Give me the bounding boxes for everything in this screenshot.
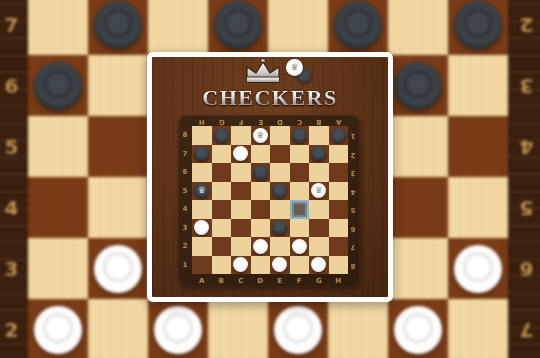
rank-label-right: 7: [347, 242, 359, 251]
square-C6[interactable]: [231, 163, 251, 182]
square-F1[interactable]: [290, 256, 310, 275]
rank-label-left: 8: [179, 131, 191, 140]
square-E8[interactable]: [270, 126, 290, 145]
square-H4[interactable]: [329, 200, 349, 219]
square-B3[interactable]: [212, 219, 232, 238]
rank-label-right: 8: [347, 261, 359, 270]
background-square: [88, 299, 148, 358]
background-left-rail: 765432: [0, 0, 28, 358]
rank-label-left: 7: [179, 150, 191, 159]
square-B4[interactable]: [212, 200, 232, 219]
square-G6[interactable]: [309, 163, 329, 182]
rank-label-left: 1: [179, 261, 191, 270]
square-C8[interactable]: [231, 126, 251, 145]
square-A3[interactable]: [192, 219, 212, 238]
background-rank-label: 6: [0, 74, 28, 98]
square-B7[interactable]: [212, 145, 232, 164]
file-label-top: F: [231, 117, 251, 126]
rank-label-right: 4: [347, 187, 359, 196]
square-A7[interactable]: [192, 145, 212, 164]
background-square: [328, 0, 388, 55]
file-label-bottom: G: [309, 277, 329, 286]
file-label-top: E: [251, 117, 271, 126]
file-label-top: C: [290, 117, 310, 126]
file-label-bottom: D: [251, 277, 271, 286]
background-square: [388, 116, 448, 177]
square-B5[interactable]: [212, 182, 232, 201]
background-rank-label: 5: [508, 196, 540, 220]
rank-label-left: 3: [179, 224, 191, 233]
square-G1[interactable]: [309, 256, 329, 275]
background-square: [208, 299, 268, 358]
background-square: [268, 0, 328, 55]
background-square: [28, 238, 88, 299]
square-H8[interactable]: [329, 126, 349, 145]
background-square: [448, 299, 508, 358]
background-square: [28, 299, 88, 358]
rank-label-right: 2: [347, 150, 359, 159]
background-white-piece: [154, 306, 202, 354]
square-D7[interactable]: [251, 145, 271, 164]
file-label-top: D: [270, 117, 290, 126]
square-A4[interactable]: [192, 200, 212, 219]
black-man-H8[interactable]: [331, 128, 346, 143]
square-E7[interactable]: [270, 145, 290, 164]
background-square: [88, 177, 148, 238]
background-black-piece: [94, 1, 142, 49]
square-H1[interactable]: [329, 256, 349, 275]
background-rank-label: 7: [0, 13, 28, 37]
file-label-bottom: A: [192, 277, 212, 286]
black-man-D6[interactable]: [253, 165, 268, 180]
black-man-A7[interactable]: [194, 146, 209, 161]
square-F2[interactable]: [290, 237, 310, 256]
background-square: [448, 238, 508, 299]
square-F8[interactable]: [290, 126, 310, 145]
square-G2[interactable]: [309, 237, 329, 256]
square-D1[interactable]: [251, 256, 271, 275]
background-rank-label: 2: [0, 318, 28, 342]
background-rank-label: 2: [508, 13, 540, 37]
rank-label-right: 5: [347, 205, 359, 214]
background-square: [88, 116, 148, 177]
background-square: [88, 238, 148, 299]
background-black-piece: [454, 1, 502, 49]
background-black-piece: [334, 1, 382, 49]
rank-label-left: 2: [179, 242, 191, 251]
square-H3[interactable]: [329, 219, 349, 238]
square-G5[interactable]: ♛: [309, 182, 329, 201]
mini-board-frame: ♛♛♛ HAGBFCEDDECFBGAH8172635445362718: [178, 115, 360, 287]
black-man-E5[interactable]: [272, 183, 287, 198]
file-label-top: G: [212, 117, 232, 126]
file-label-top: A: [329, 117, 349, 126]
square-E1[interactable]: [270, 256, 290, 275]
background-square: [448, 55, 508, 116]
background-square: [88, 55, 148, 116]
square-G7[interactable]: [309, 145, 329, 164]
background-black-piece: [214, 1, 262, 49]
square-B8[interactable]: [212, 126, 232, 145]
square-D2[interactable]: [251, 237, 271, 256]
background-square: [388, 299, 448, 358]
square-G4[interactable]: [309, 200, 329, 219]
square-E5[interactable]: [270, 182, 290, 201]
square-B2[interactable]: [212, 237, 232, 256]
background-rank-label: 6: [508, 257, 540, 281]
square-C3[interactable]: [231, 219, 251, 238]
square-G8[interactable]: [309, 126, 329, 145]
black-man-B8[interactable]: [214, 128, 229, 143]
background-right-rail: 234567: [508, 0, 540, 358]
black-man-E3[interactable]: [272, 220, 287, 235]
background-white-piece: [34, 306, 82, 354]
rank-label-right: 6: [347, 224, 359, 233]
background-square: [268, 299, 328, 358]
background-square: [28, 177, 88, 238]
mini-board[interactable]: ♛♛♛: [192, 126, 348, 274]
background-square: [448, 177, 508, 238]
background-white-piece: [274, 306, 322, 354]
white-man-G1[interactable]: [311, 257, 326, 272]
background-square: [388, 0, 448, 55]
background-square: [388, 177, 448, 238]
white-man-A3[interactable]: [194, 220, 209, 235]
background-rank-label: 3: [0, 257, 28, 281]
background-square: [148, 299, 208, 358]
file-label-bottom: E: [270, 277, 290, 286]
background-square: [28, 116, 88, 177]
square-E2[interactable]: [270, 237, 290, 256]
background-rank-label: 3: [508, 74, 540, 98]
white-king-G5[interactable]: ♛: [311, 183, 326, 198]
square-A6[interactable]: [192, 163, 212, 182]
square-H7[interactable]: [329, 145, 349, 164]
white-man-C7[interactable]: [233, 146, 248, 161]
file-label-bottom: F: [290, 277, 310, 286]
rank-label-left: 5: [179, 187, 191, 196]
file-label-bottom: H: [329, 277, 349, 286]
background-square: [448, 0, 508, 55]
background-black-piece: [394, 62, 442, 110]
rank-label-right: 3: [347, 168, 359, 177]
square-E4[interactable]: [270, 200, 290, 219]
background-square: [388, 238, 448, 299]
square-D4[interactable]: [251, 200, 271, 219]
white-man-F2[interactable]: [292, 239, 307, 254]
square-F4[interactable]: [290, 200, 310, 219]
background-square: [28, 0, 88, 55]
square-A1[interactable]: [192, 256, 212, 275]
square-F7[interactable]: [290, 145, 310, 164]
checkers-game-screen: 765432 234567 ♛ CHECKERS: [0, 0, 540, 358]
background-rank-label: 7: [508, 318, 540, 342]
square-G3[interactable]: [309, 219, 329, 238]
background-square: [328, 299, 388, 358]
square-B1[interactable]: [212, 256, 232, 275]
background-square: [448, 116, 508, 177]
file-label-bottom: B: [212, 277, 232, 286]
square-C5[interactable]: [231, 182, 251, 201]
square-C7[interactable]: [231, 145, 251, 164]
square-D6[interactable]: [251, 163, 271, 182]
square-D3[interactable]: [251, 219, 271, 238]
square-D8[interactable]: ♛: [251, 126, 271, 145]
white-man-C1[interactable]: [233, 257, 248, 272]
square-A5[interactable]: ♛: [192, 182, 212, 201]
white-man-D2[interactable]: [253, 239, 268, 254]
black-king-A5[interactable]: ♛: [194, 183, 209, 198]
square-F5[interactable]: [290, 182, 310, 201]
background-square: [148, 0, 208, 55]
square-F3[interactable]: [290, 219, 310, 238]
square-E6[interactable]: [270, 163, 290, 182]
background-black-piece: [34, 62, 82, 110]
background-white-piece: [454, 245, 502, 293]
file-label-top: H: [192, 117, 212, 126]
background-rank-label: 4: [508, 135, 540, 159]
square-C4[interactable]: [231, 200, 251, 219]
square-D5[interactable]: [251, 182, 271, 201]
square-F6[interactable]: [290, 163, 310, 182]
file-label-bottom: C: [231, 277, 251, 286]
square-E3[interactable]: [270, 219, 290, 238]
background-white-piece: [394, 306, 442, 354]
square-B6[interactable]: [212, 163, 232, 182]
square-C2[interactable]: [231, 237, 251, 256]
square-H5[interactable]: [329, 182, 349, 201]
white-man-E1[interactable]: [272, 257, 287, 272]
rank-label-right: 1: [347, 131, 359, 140]
square-A2[interactable]: [192, 237, 212, 256]
black-man-G7[interactable]: [311, 146, 326, 161]
black-man-F8[interactable]: [292, 128, 307, 143]
square-H6[interactable]: [329, 163, 349, 182]
file-label-top: B: [309, 117, 329, 126]
rank-label-left: 6: [179, 168, 191, 177]
background-rank-label: 5: [0, 135, 28, 159]
background-square: [28, 55, 88, 116]
background-square: [88, 0, 148, 55]
game-card: ♛ CHECKERS ♛♛♛ HAGBFCEDDECFBGAH817263544…: [147, 52, 393, 302]
background-square: [208, 0, 268, 55]
background-square: [388, 55, 448, 116]
rank-label-left: 4: [179, 205, 191, 214]
background-rank-label: 4: [0, 196, 28, 220]
square-H2[interactable]: [329, 237, 349, 256]
crown-icon: [243, 57, 283, 85]
game-card-inner: ♛ CHECKERS ♛♛♛ HAGBFCEDDECFBGAH817263544…: [152, 57, 388, 297]
square-A8[interactable]: [192, 126, 212, 145]
game-title: CHECKERS: [152, 85, 388, 111]
background-white-piece: [94, 245, 142, 293]
square-C1[interactable]: [231, 256, 251, 275]
white-king-badge-icon: ♛: [286, 59, 303, 76]
white-king-D8[interactable]: ♛: [253, 128, 268, 143]
